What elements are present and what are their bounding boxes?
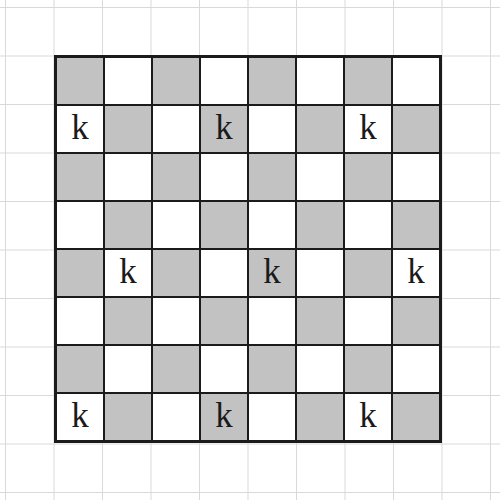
board-square-c8 — [153, 58, 199, 104]
king-piece: k — [407, 254, 425, 289]
board-square-e4: k — [249, 250, 295, 296]
king-piece: k — [359, 398, 377, 433]
board-square-f4 — [297, 250, 343, 296]
board-square-h1 — [393, 394, 439, 440]
board-square-f2 — [297, 346, 343, 392]
board-square-d3 — [201, 298, 247, 344]
board-square-c1 — [153, 394, 199, 440]
board-square-e6 — [249, 154, 295, 200]
board-square-c5 — [153, 202, 199, 248]
king-piece: k — [215, 110, 233, 145]
board-square-b5 — [105, 202, 151, 248]
board-square-f6 — [297, 154, 343, 200]
board-square-h6 — [393, 154, 439, 200]
king-piece: k — [263, 254, 281, 289]
board-square-g3 — [345, 298, 391, 344]
board-square-g1: k — [345, 394, 391, 440]
board-square-e8 — [249, 58, 295, 104]
board-square-b4: k — [105, 250, 151, 296]
board-square-g6 — [345, 154, 391, 200]
board-square-c4 — [153, 250, 199, 296]
chessboard: kkkkkkkkk — [54, 55, 442, 443]
board-square-b2 — [105, 346, 151, 392]
board-square-c6 — [153, 154, 199, 200]
graph-paper-background: kkkkkkkkk — [0, 0, 500, 500]
board-square-g8 — [345, 58, 391, 104]
board-square-g4 — [345, 250, 391, 296]
board-square-d8 — [201, 58, 247, 104]
board-square-d1: k — [201, 394, 247, 440]
king-piece: k — [119, 254, 137, 289]
board-square-g5 — [345, 202, 391, 248]
board-square-h2 — [393, 346, 439, 392]
king-piece: k — [71, 398, 89, 433]
board-square-f8 — [297, 58, 343, 104]
board-square-e5 — [249, 202, 295, 248]
board-square-d2 — [201, 346, 247, 392]
board-square-d5 — [201, 202, 247, 248]
board-square-e1 — [249, 394, 295, 440]
king-piece: k — [359, 110, 377, 145]
board-square-h3 — [393, 298, 439, 344]
board-square-c7 — [153, 106, 199, 152]
board-square-h8 — [393, 58, 439, 104]
board-square-e7 — [249, 106, 295, 152]
board-square-f7 — [297, 106, 343, 152]
board-square-b6 — [105, 154, 151, 200]
board-square-e3 — [249, 298, 295, 344]
board-square-a8 — [57, 58, 103, 104]
board-square-a2 — [57, 346, 103, 392]
board-square-b7 — [105, 106, 151, 152]
board-square-a7: k — [57, 106, 103, 152]
board-square-c2 — [153, 346, 199, 392]
board-square-e2 — [249, 346, 295, 392]
board-square-b3 — [105, 298, 151, 344]
board-square-d6 — [201, 154, 247, 200]
board-square-f5 — [297, 202, 343, 248]
board-square-c3 — [153, 298, 199, 344]
board-square-f3 — [297, 298, 343, 344]
board-square-h4: k — [393, 250, 439, 296]
board-square-h7 — [393, 106, 439, 152]
board-square-a3 — [57, 298, 103, 344]
board-square-b1 — [105, 394, 151, 440]
board-square-a5 — [57, 202, 103, 248]
board-square-g7: k — [345, 106, 391, 152]
board-square-d4 — [201, 250, 247, 296]
board-square-g2 — [345, 346, 391, 392]
board-square-a1: k — [57, 394, 103, 440]
board-square-a6 — [57, 154, 103, 200]
board-square-f1 — [297, 394, 343, 440]
king-piece: k — [71, 110, 89, 145]
board-square-h5 — [393, 202, 439, 248]
king-piece: k — [215, 398, 233, 433]
board-square-b8 — [105, 58, 151, 104]
board-square-d7: k — [201, 106, 247, 152]
board-square-a4 — [57, 250, 103, 296]
